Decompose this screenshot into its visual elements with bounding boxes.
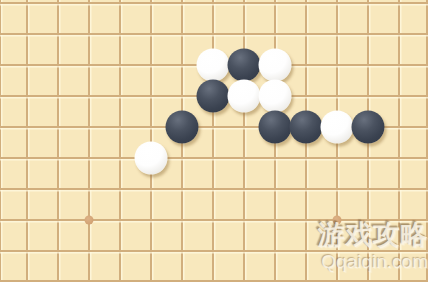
grid-line-horizontal <box>0 250 428 252</box>
grid-line-vertical <box>243 0 245 282</box>
stone-black <box>290 111 323 144</box>
grid-line-vertical <box>212 0 214 282</box>
stone-white <box>259 49 292 82</box>
star-point <box>85 216 94 225</box>
watermark: 游戏攻略 Qqaiqin.com <box>318 222 428 271</box>
grid-line-vertical <box>88 0 90 282</box>
stone-white <box>135 142 168 175</box>
stone-white <box>228 80 261 113</box>
gomoku-board[interactable]: 游戏攻略 Qqaiqin.com <box>0 0 428 282</box>
grid-line-vertical <box>26 0 28 282</box>
grid-line-horizontal <box>0 219 428 221</box>
grid-line-vertical <box>119 0 121 282</box>
grid-line-horizontal <box>0 188 428 190</box>
grid-line-horizontal <box>0 157 428 159</box>
stone-white <box>197 49 230 82</box>
stone-black <box>166 111 199 144</box>
watermark-title: 游戏攻略 <box>318 222 428 249</box>
grid-line-horizontal <box>0 2 428 4</box>
stone-black <box>197 80 230 113</box>
stone-black <box>228 49 261 82</box>
stone-white <box>321 111 354 144</box>
grid-line-horizontal <box>0 33 428 35</box>
grid-line-vertical <box>398 0 400 282</box>
grid-line-vertical <box>57 0 59 282</box>
grid-line-vertical <box>0 0 1 282</box>
watermark-site: Qqaiqin.com <box>318 252 428 271</box>
stone-black <box>259 111 292 144</box>
stone-white <box>259 80 292 113</box>
stone-black <box>352 111 385 144</box>
star-point <box>333 216 342 225</box>
